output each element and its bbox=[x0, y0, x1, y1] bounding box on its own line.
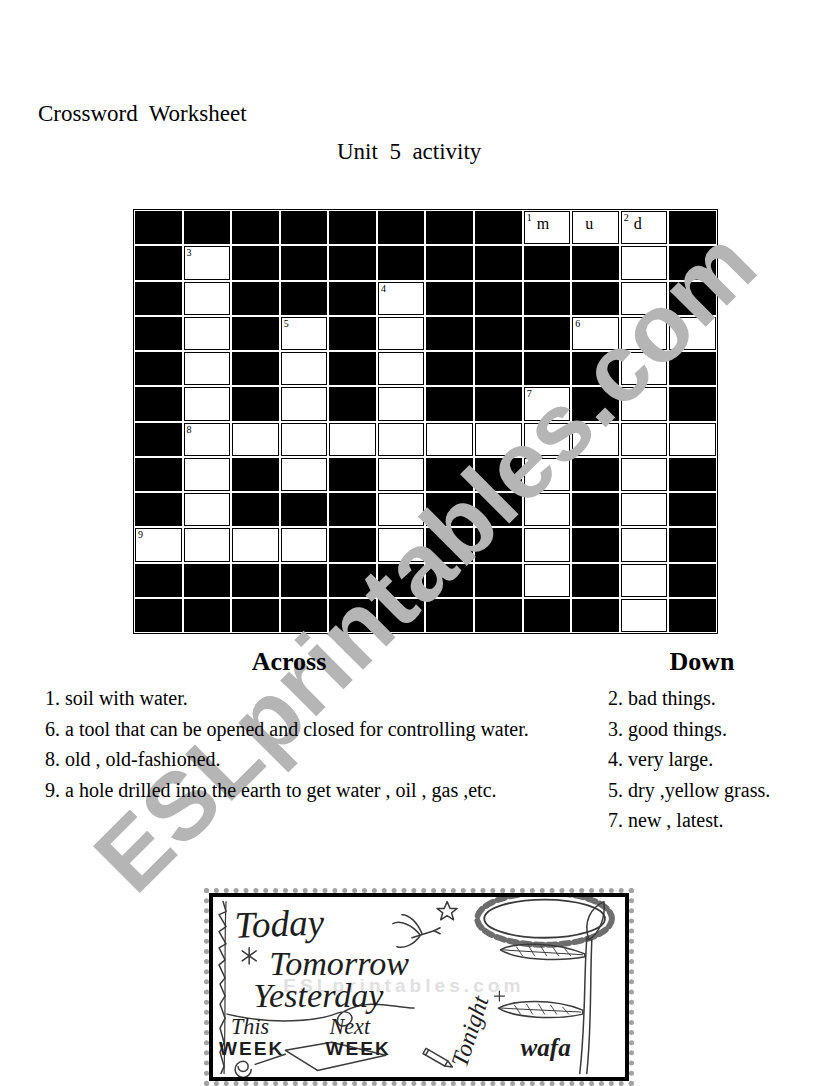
doodle-picture: ESLprintables.com bbox=[213, 897, 625, 1077]
cell-r3c8 bbox=[475, 282, 522, 315]
cell-r5c9 bbox=[524, 352, 571, 385]
prefilled-letter: u bbox=[585, 216, 593, 232]
cell-r12c9 bbox=[524, 599, 571, 632]
cell-r3c11[interactable] bbox=[621, 282, 668, 315]
clue-number: 6 bbox=[575, 318, 580, 329]
cell-r7c7[interactable] bbox=[426, 423, 473, 456]
cell-r11c6 bbox=[378, 564, 425, 597]
cell-r5c11[interactable] bbox=[621, 352, 668, 385]
dragonfly-icon bbox=[393, 915, 440, 948]
clue-number: 3 bbox=[187, 247, 192, 258]
clue-number: 1 bbox=[527, 212, 532, 223]
cell-r10c3[interactable] bbox=[232, 528, 279, 561]
cell-r12c11[interactable] bbox=[621, 599, 668, 632]
cell-r5c3 bbox=[232, 352, 279, 385]
cell-r11c1 bbox=[135, 564, 182, 597]
cell-r1c7 bbox=[426, 211, 473, 244]
cell-r4c8 bbox=[475, 317, 522, 350]
cell-r9c12 bbox=[669, 493, 716, 526]
cell-r9c8 bbox=[475, 493, 522, 526]
cell-r10c4[interactable] bbox=[281, 528, 328, 561]
down-clue-5: 5. dry ,yellow grass. bbox=[608, 775, 770, 806]
cell-r7c1 bbox=[135, 423, 182, 456]
cell-r1c9[interactable]: 1m bbox=[524, 211, 571, 244]
cell-r12c7 bbox=[426, 599, 473, 632]
cell-r3c1 bbox=[135, 282, 182, 315]
cell-r2c8 bbox=[475, 246, 522, 279]
cell-r9c5 bbox=[329, 493, 376, 526]
photo-word-next: Next bbox=[329, 1014, 371, 1039]
cell-r2c5 bbox=[329, 246, 376, 279]
cell-r3c5 bbox=[329, 282, 376, 315]
cell-r5c1 bbox=[135, 352, 182, 385]
cell-r7c8[interactable] bbox=[475, 423, 522, 456]
down-clue-list: 2. bad things.3. good things.4. very lar… bbox=[608, 683, 770, 836]
cell-r5c4[interactable] bbox=[281, 352, 328, 385]
down-clue-3: 3. good things. bbox=[608, 714, 770, 745]
cell-r4c4[interactable]: 5 bbox=[281, 317, 328, 350]
cell-r1c10[interactable]: u bbox=[572, 211, 619, 244]
clue-number: 5 bbox=[284, 318, 289, 329]
cell-r9c2[interactable] bbox=[184, 493, 231, 526]
down-clue-7: 7. new , latest. bbox=[608, 805, 770, 836]
cell-r11c9[interactable] bbox=[524, 564, 571, 597]
cell-r3c7 bbox=[426, 282, 473, 315]
cell-r9c10 bbox=[572, 493, 619, 526]
cell-r11c2 bbox=[184, 564, 231, 597]
cell-r7c11[interactable] bbox=[621, 423, 668, 456]
cell-r8c11[interactable] bbox=[621, 458, 668, 491]
cell-r10c10 bbox=[572, 528, 619, 561]
cell-r5c2[interactable] bbox=[184, 352, 231, 385]
clue-number: 4 bbox=[381, 283, 386, 294]
cell-r1c12 bbox=[669, 211, 716, 244]
cell-r5c12 bbox=[669, 352, 716, 385]
cell-r7c9[interactable] bbox=[524, 423, 571, 456]
cell-r6c4[interactable] bbox=[281, 387, 328, 420]
cell-r7c6[interactable] bbox=[378, 423, 425, 456]
cell-r12c8 bbox=[475, 599, 522, 632]
cell-r8c4[interactable] bbox=[281, 458, 328, 491]
spiral-doodle bbox=[235, 1061, 251, 1077]
cell-r11c4 bbox=[281, 564, 328, 597]
cell-r10c5 bbox=[329, 528, 376, 561]
cell-r12c1 bbox=[135, 599, 182, 632]
cell-r9c9[interactable] bbox=[524, 493, 571, 526]
cell-r4c10[interactable]: 6 bbox=[572, 317, 619, 350]
cell-r11c8 bbox=[475, 564, 522, 597]
across-header: Across bbox=[209, 647, 369, 677]
cell-r6c3 bbox=[232, 387, 279, 420]
cell-r8c10 bbox=[572, 458, 619, 491]
photo-word-this-week: WEEK bbox=[219, 1038, 284, 1059]
cell-r2c1 bbox=[135, 246, 182, 279]
cell-r1c5 bbox=[329, 211, 376, 244]
cell-r2c7 bbox=[426, 246, 473, 279]
cell-r11c3 bbox=[232, 564, 279, 597]
cell-r9c4 bbox=[281, 493, 328, 526]
photo-word-next-week: WEEK bbox=[326, 1038, 391, 1059]
clue-number: 7 bbox=[527, 388, 532, 399]
cell-r2c6 bbox=[378, 246, 425, 279]
cell-r10c6[interactable] bbox=[378, 528, 425, 561]
cell-r2c11[interactable] bbox=[621, 246, 668, 279]
cell-r2c3 bbox=[232, 246, 279, 279]
cell-r10c8 bbox=[475, 528, 522, 561]
cell-r6c2[interactable] bbox=[184, 387, 231, 420]
cell-r8c6[interactable] bbox=[378, 458, 425, 491]
cell-r12c3 bbox=[232, 599, 279, 632]
cell-r6c6[interactable] bbox=[378, 387, 425, 420]
cell-r6c5 bbox=[329, 387, 376, 420]
cell-r9c6[interactable] bbox=[378, 493, 425, 526]
cell-r12c12 bbox=[669, 599, 716, 632]
cell-r8c7 bbox=[426, 458, 473, 491]
photo-word-this: This bbox=[231, 1014, 269, 1039]
cell-r8c5 bbox=[329, 458, 376, 491]
cell-r6c12 bbox=[669, 387, 716, 420]
cell-r11c5 bbox=[329, 564, 376, 597]
page-subtitle: Unit 5 activity bbox=[337, 139, 481, 165]
cell-r9c3 bbox=[232, 493, 279, 526]
cell-r10c2[interactable] bbox=[184, 528, 231, 561]
cell-r4c9 bbox=[524, 317, 571, 350]
cell-r7c3[interactable] bbox=[232, 423, 279, 456]
cell-r9c7 bbox=[426, 493, 473, 526]
crossword-grid: 1mu2d3456789 bbox=[133, 209, 718, 634]
cell-r6c7 bbox=[426, 387, 473, 420]
cell-r5c10 bbox=[572, 352, 619, 385]
cell-r4c6[interactable] bbox=[378, 317, 425, 350]
cell-r1c6 bbox=[378, 211, 425, 244]
cell-r1c11[interactable]: 2d bbox=[621, 211, 668, 244]
cell-r11c7 bbox=[426, 564, 473, 597]
cell-r2c2[interactable]: 3 bbox=[184, 246, 231, 279]
cell-r11c11[interactable] bbox=[621, 564, 668, 597]
cell-r8c1 bbox=[135, 458, 182, 491]
cell-r3c12 bbox=[669, 282, 716, 315]
cell-r7c5[interactable] bbox=[329, 423, 376, 456]
down-clue-2: 2. bad things. bbox=[608, 683, 770, 714]
cell-r4c2[interactable] bbox=[184, 317, 231, 350]
cell-r6c9[interactable]: 7 bbox=[524, 387, 571, 420]
cell-r4c11[interactable] bbox=[621, 317, 668, 350]
footer-picture: ESLprintables.com bbox=[209, 893, 629, 1081]
cell-r1c8 bbox=[475, 211, 522, 244]
cell-r6c11[interactable] bbox=[621, 387, 668, 420]
cell-r12c4 bbox=[281, 599, 328, 632]
photo-signature: wafa bbox=[520, 1034, 570, 1061]
photo-word-yesterday: Yesterday bbox=[253, 977, 384, 1014]
cell-r12c10 bbox=[572, 599, 619, 632]
photo-word-tonight: Tonight bbox=[446, 991, 494, 1070]
across-clue-8: 8. old , old-fashioned. bbox=[45, 744, 529, 775]
cell-r10c12 bbox=[669, 528, 716, 561]
cell-r5c5 bbox=[329, 352, 376, 385]
cell-r10c9[interactable] bbox=[524, 528, 571, 561]
cell-r7c4[interactable] bbox=[281, 423, 328, 456]
asterisk-star-icon bbox=[242, 948, 256, 964]
cell-r1c1 bbox=[135, 211, 182, 244]
cell-r5c6[interactable] bbox=[378, 352, 425, 385]
across-clue-1: 1. soil with water. bbox=[45, 683, 529, 714]
photo-word-today: Today bbox=[234, 902, 325, 946]
cell-r12c6 bbox=[378, 599, 425, 632]
cell-r3c4 bbox=[281, 282, 328, 315]
across-clue-list: 1. soil with water.6. a tool that can be… bbox=[45, 683, 529, 805]
cell-r2c12 bbox=[669, 246, 716, 279]
cell-r9c1 bbox=[135, 493, 182, 526]
prefilled-letter: d bbox=[634, 216, 642, 232]
cell-r10c7 bbox=[426, 528, 473, 561]
clue-number: 2 bbox=[624, 212, 629, 223]
down-clue-4: 4. very large. bbox=[608, 744, 770, 775]
clue-number: 8 bbox=[187, 424, 192, 435]
cell-r3c9 bbox=[524, 282, 571, 315]
across-clue-9: 9. a hole drilled into the earth to get … bbox=[45, 775, 529, 806]
cell-r5c7 bbox=[426, 352, 473, 385]
cell-r3c10 bbox=[572, 282, 619, 315]
clue-number: 9 bbox=[138, 529, 143, 540]
cell-r6c1 bbox=[135, 387, 182, 420]
cell-r2c4 bbox=[281, 246, 328, 279]
cell-r12c5 bbox=[329, 599, 376, 632]
cell-r8c9[interactable] bbox=[524, 458, 571, 491]
worksheet-page: Crossword Worksheet Unit 5 activity 1mu2… bbox=[0, 0, 838, 1086]
cell-r6c10 bbox=[572, 387, 619, 420]
cell-r11c10 bbox=[572, 564, 619, 597]
cell-r1c3 bbox=[232, 211, 279, 244]
footer-picture-frame: ESLprintables.com bbox=[204, 888, 634, 1086]
cell-r3c6[interactable]: 4 bbox=[378, 282, 425, 315]
cell-r7c2[interactable]: 8 bbox=[184, 423, 231, 456]
cell-r10c11[interactable] bbox=[621, 528, 668, 561]
cell-r2c10 bbox=[572, 246, 619, 279]
cell-r7c12[interactable] bbox=[669, 423, 716, 456]
cell-r4c7 bbox=[426, 317, 473, 350]
page-title: Crossword Worksheet bbox=[38, 101, 247, 127]
prefilled-letter: m bbox=[537, 216, 549, 232]
cell-r5c8 bbox=[475, 352, 522, 385]
cell-r4c1 bbox=[135, 317, 182, 350]
cell-r6c8 bbox=[475, 387, 522, 420]
cell-r12c2 bbox=[184, 599, 231, 632]
cell-r8c8 bbox=[475, 458, 522, 491]
cell-r10c1[interactable]: 9 bbox=[135, 528, 182, 561]
cell-r8c2[interactable] bbox=[184, 458, 231, 491]
cell-r1c2 bbox=[184, 211, 231, 244]
star-icon bbox=[437, 902, 457, 920]
cell-r9c11[interactable] bbox=[621, 493, 668, 526]
cell-r3c2[interactable] bbox=[184, 282, 231, 315]
across-clue-6: 6. a tool that can be opened and closed … bbox=[45, 714, 529, 745]
cell-r11c12 bbox=[669, 564, 716, 597]
cell-r4c3 bbox=[232, 317, 279, 350]
cell-r4c5 bbox=[329, 317, 376, 350]
cell-r2c9 bbox=[524, 246, 571, 279]
cell-r3c3 bbox=[232, 282, 279, 315]
cell-r4c12[interactable] bbox=[669, 317, 716, 350]
cell-r8c12 bbox=[669, 458, 716, 491]
cell-r7c10[interactable] bbox=[572, 423, 619, 456]
cell-r8c3 bbox=[232, 458, 279, 491]
cell-r1c4 bbox=[281, 211, 328, 244]
down-header: Down bbox=[622, 647, 782, 677]
